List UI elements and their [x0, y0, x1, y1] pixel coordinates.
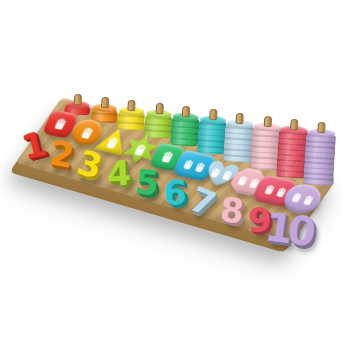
number-block-2: 2 — [48, 136, 77, 174]
number-block-3: 3 — [74, 144, 106, 183]
number-block-1: 1 — [18, 126, 49, 165]
number-block-4: 4 — [106, 156, 132, 192]
number-block-7: 7 — [186, 181, 221, 221]
toy-photo-scene: 12345678910 — [0, 0, 350, 350]
number-block-6: 6 — [163, 175, 188, 210]
number-block-10: 10 — [263, 206, 314, 252]
number-block-5: 5 — [133, 164, 160, 200]
number-block-8: 8 — [218, 192, 245, 228]
number-blocks-row: 12345678910 — [0, 0, 350, 350]
